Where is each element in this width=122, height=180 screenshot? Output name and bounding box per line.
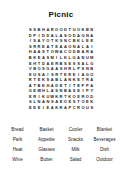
word-item: Park xyxy=(4,135,31,145)
word-item: Dish xyxy=(91,145,118,155)
word-item: Cooler xyxy=(62,125,89,135)
word-item: Basket xyxy=(33,125,60,135)
word-item: Butter xyxy=(33,155,60,165)
word-item: Blanket xyxy=(91,125,118,135)
word-item: Wine xyxy=(4,155,31,165)
word-list-column: CoolerSnacksMilkSalad xyxy=(62,125,89,165)
letter-grid: SSBHAROODTUOKBNDPIDDALASODAGNAISAYOTKSNC… xyxy=(28,27,94,110)
word-item: Glasses xyxy=(33,145,60,155)
word-item: Bread xyxy=(4,125,31,135)
word-item: Salad xyxy=(62,155,89,165)
puzzle-title: Picnic xyxy=(0,0,122,19)
word-item: Outdoor xyxy=(91,155,118,165)
grid-cell: S xyxy=(90,105,94,111)
word-search-page: Picnic SSBHAROODTUOKBNDPIDDALASODAGNAISA… xyxy=(0,0,122,180)
word-list: BreadParkHeatWineBasketAppetiteGlassesBu… xyxy=(4,125,118,165)
word-item: Heat xyxy=(4,145,31,155)
word-item: Beverages xyxy=(91,135,118,145)
word-list-column: BreadParkHeatWine xyxy=(4,125,31,165)
word-item: Snacks xyxy=(62,135,89,145)
word-item: Milk xyxy=(62,145,89,155)
word-item: Appetite xyxy=(33,135,60,145)
word-list-column: BasketAppetiteGlassesButter xyxy=(33,125,60,165)
word-list-column: BlanketBeveragesDishOutdoor xyxy=(91,125,118,165)
